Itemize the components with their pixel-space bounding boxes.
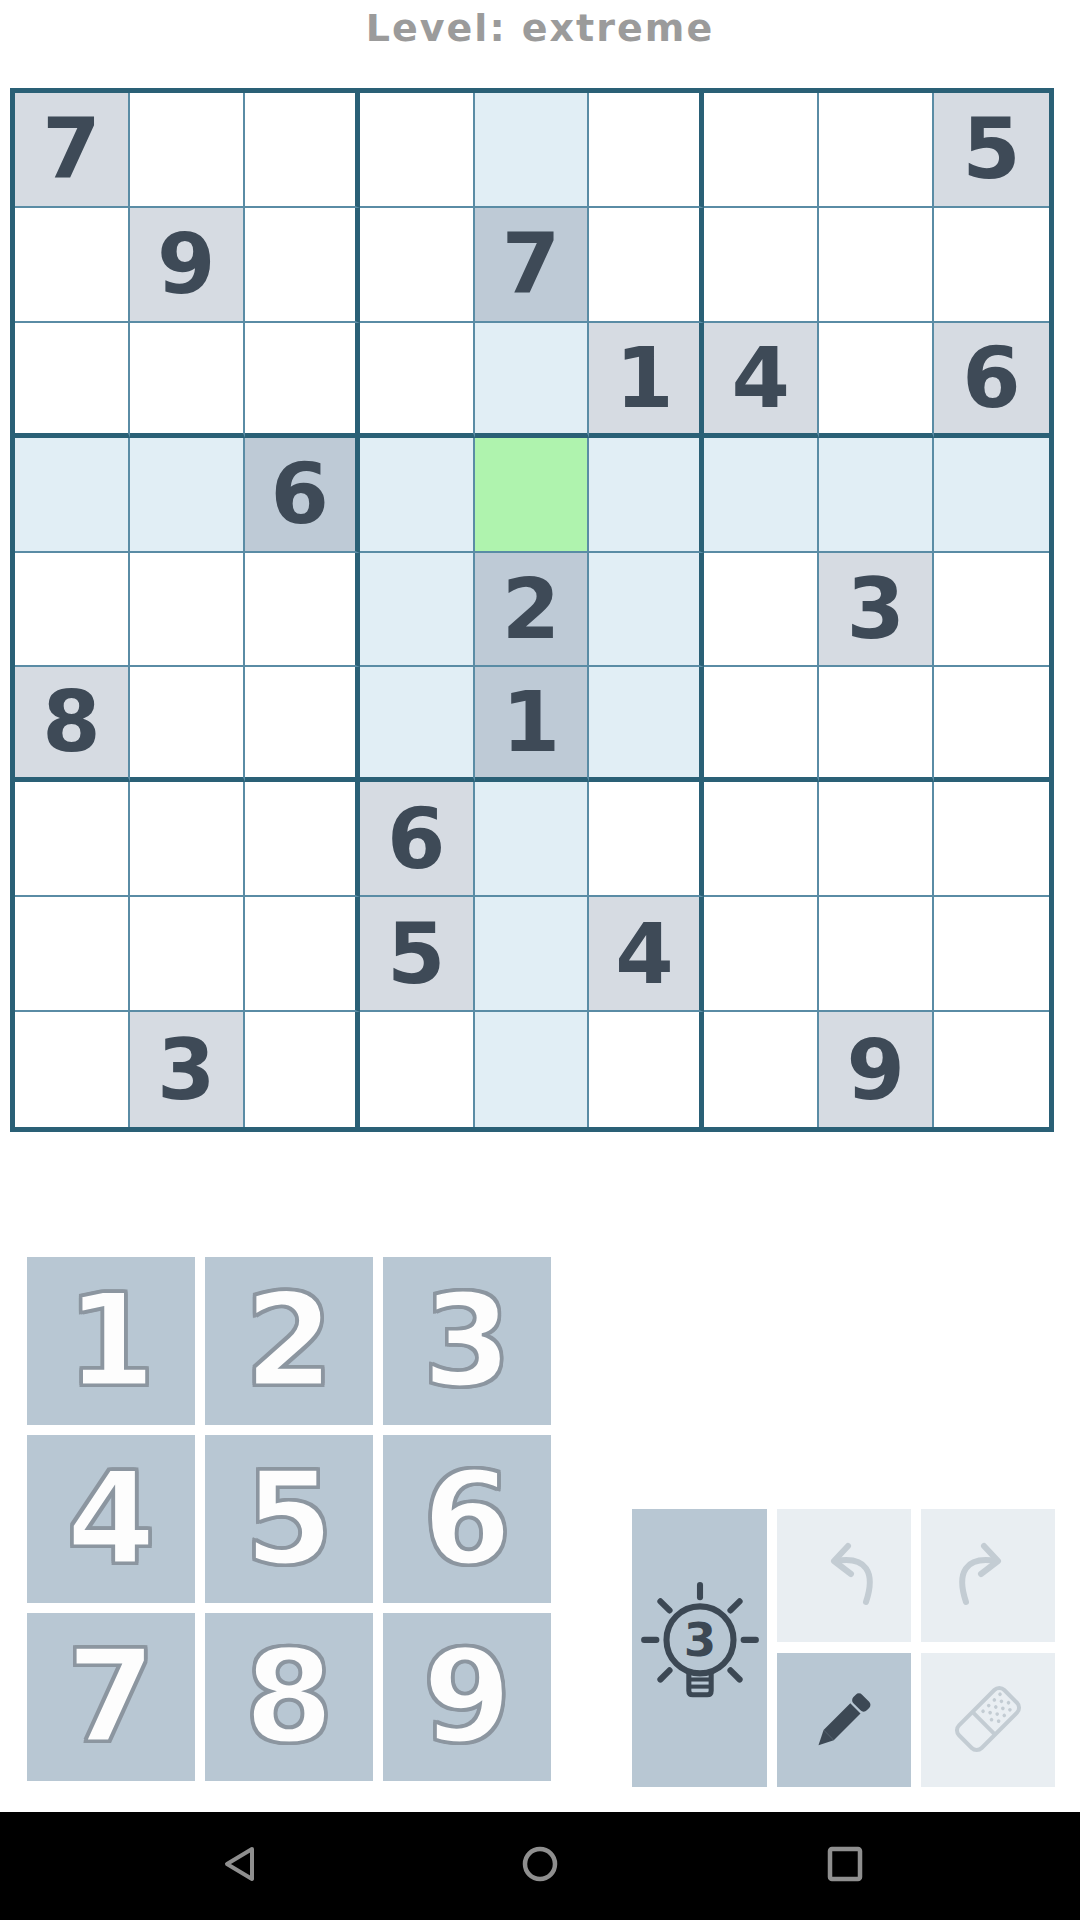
board-cell-r1c7[interactable] xyxy=(704,93,819,208)
undo-button[interactable] xyxy=(777,1509,911,1642)
board-cell-r9c9[interactable] xyxy=(934,1012,1049,1127)
lightbulb-icon: 3 xyxy=(639,1581,761,1716)
board-cell-r1c8[interactable] xyxy=(819,93,934,208)
board-cell-r4c4[interactable] xyxy=(360,438,475,553)
board-cell-r6c2[interactable] xyxy=(130,667,245,782)
board-cell-r5c2[interactable] xyxy=(130,553,245,668)
board-cell-r6c3[interactable] xyxy=(245,667,360,782)
board-cell-r6c5[interactable]: 1 xyxy=(475,667,590,782)
board-cell-r8c8[interactable] xyxy=(819,897,934,1012)
board-cell-r7c7[interactable] xyxy=(704,782,819,897)
board-cell-r1c5[interactable] xyxy=(475,93,590,208)
pencil-button[interactable] xyxy=(777,1653,911,1787)
level-label: Level: extreme xyxy=(0,6,1080,50)
board-cell-r7c2[interactable] xyxy=(130,782,245,897)
board-cell-r9c6[interactable] xyxy=(589,1012,704,1127)
board-cell-r6c7[interactable] xyxy=(704,667,819,782)
board-cell-r9c3[interactable] xyxy=(245,1012,360,1127)
board-cell-r8c5[interactable] xyxy=(475,897,590,1012)
board-cell-r1c9[interactable]: 5 xyxy=(934,93,1049,208)
numpad-6[interactable]: 6 xyxy=(383,1435,551,1603)
board-cell-r8c6[interactable]: 4 xyxy=(589,897,704,1012)
board-cell-r3c2[interactable] xyxy=(130,323,245,438)
board-cell-r9c4[interactable] xyxy=(360,1012,475,1127)
board-cell-r3c3[interactable] xyxy=(245,323,360,438)
hint-count-badge: 3 xyxy=(683,1613,716,1667)
board-cell-r5c4[interactable] xyxy=(360,553,475,668)
board-cell-r3c4[interactable] xyxy=(360,323,475,438)
board-cell-r5c7[interactable] xyxy=(704,553,819,668)
board-cell-r7c1[interactable] xyxy=(15,782,130,897)
board-cell-r6c8[interactable] xyxy=(819,667,934,782)
board-cell-r1c4[interactable] xyxy=(360,93,475,208)
board-cell-r8c4[interactable]: 5 xyxy=(360,897,475,1012)
board-cell-r2c3[interactable] xyxy=(245,208,360,323)
redo-button[interactable] xyxy=(921,1509,1055,1642)
eraser-button[interactable] xyxy=(921,1653,1055,1787)
board-cell-r4c3[interactable]: 6 xyxy=(245,438,360,553)
recents-square-icon xyxy=(827,1846,863,1882)
board-cell-r3c7[interactable]: 4 xyxy=(704,323,819,438)
board-cell-r4c8[interactable] xyxy=(819,438,934,553)
board-cell-r3c1[interactable] xyxy=(15,323,130,438)
board-cell-r6c6[interactable] xyxy=(589,667,704,782)
home-circle-icon xyxy=(521,1845,559,1883)
board-cell-r4c6[interactable] xyxy=(589,438,704,553)
board-cell-r8c9[interactable] xyxy=(934,897,1049,1012)
home-button[interactable] xyxy=(521,1845,559,1887)
android-navbar xyxy=(0,1812,1080,1920)
board-cell-r7c4[interactable]: 6 xyxy=(360,782,475,897)
eraser-icon xyxy=(942,1673,1034,1768)
numpad-3[interactable]: 3 xyxy=(383,1257,551,1425)
board-cell-r5c6[interactable] xyxy=(589,553,704,668)
board-cell-r9c5[interactable] xyxy=(475,1012,590,1127)
board-cell-r8c7[interactable] xyxy=(704,897,819,1012)
board-cell-r1c6[interactable] xyxy=(589,93,704,208)
board-cell-r5c5[interactable]: 2 xyxy=(475,553,590,668)
board-cell-r4c1[interactable] xyxy=(15,438,130,553)
board-cell-r2c9[interactable] xyxy=(934,208,1049,323)
board-cell-r8c1[interactable] xyxy=(15,897,130,1012)
board-cell-r4c7[interactable] xyxy=(704,438,819,553)
numpad-4[interactable]: 4 xyxy=(27,1435,195,1603)
board-cell-r3c6[interactable]: 1 xyxy=(589,323,704,438)
board-cell-r1c3[interactable] xyxy=(245,93,360,208)
board-cell-r5c8[interactable]: 3 xyxy=(819,553,934,668)
back-triangle-icon xyxy=(222,1845,256,1883)
board-cell-r6c9[interactable] xyxy=(934,667,1049,782)
board-cell-r8c3[interactable] xyxy=(245,897,360,1012)
board-cell-r4c5[interactable] xyxy=(475,438,590,553)
board-cell-r4c2[interactable] xyxy=(130,438,245,553)
redo-arrow-icon xyxy=(948,1534,1028,1617)
board-cell-r9c2[interactable]: 3 xyxy=(130,1012,245,1127)
recents-button[interactable] xyxy=(827,1846,863,1886)
board-cell-r3c8[interactable] xyxy=(819,323,934,438)
numpad-8[interactable]: 8 xyxy=(205,1613,373,1781)
board-cell-r2c4[interactable] xyxy=(360,208,475,323)
board-cell-r8c2[interactable] xyxy=(130,897,245,1012)
board-cell-r2c5[interactable]: 7 xyxy=(475,208,590,323)
numpad-5[interactable]: 5 xyxy=(205,1435,373,1603)
board-cell-r3c9[interactable]: 6 xyxy=(934,323,1049,438)
numpad-7[interactable]: 7 xyxy=(27,1613,195,1781)
pencil-icon xyxy=(804,1679,884,1762)
board-cell-r9c8[interactable]: 9 xyxy=(819,1012,934,1127)
board-cell-r7c3[interactable] xyxy=(245,782,360,897)
board-cell-r1c1[interactable]: 7 xyxy=(15,93,130,208)
board-cell-r5c3[interactable] xyxy=(245,553,360,668)
sudoku-board: 75971466238165439 xyxy=(10,88,1054,1132)
board-cell-r2c6[interactable] xyxy=(589,208,704,323)
board-cell-r3c5[interactable] xyxy=(475,323,590,438)
board-cell-r7c9[interactable] xyxy=(934,782,1049,897)
board-cell-r2c1[interactable] xyxy=(15,208,130,323)
board-cell-r1c2[interactable] xyxy=(130,93,245,208)
numpad-9[interactable]: 9 xyxy=(383,1613,551,1781)
board-cell-r5c9[interactable] xyxy=(934,553,1049,668)
control-panel: 3 xyxy=(632,1509,1055,1787)
board-cell-r2c2[interactable]: 9 xyxy=(130,208,245,323)
board-cell-r6c1[interactable]: 8 xyxy=(15,667,130,782)
board-cell-r7c5[interactable] xyxy=(475,782,590,897)
number-pad: 1 2 3 4 5 6 7 8 9 xyxy=(27,1257,551,1781)
undo-arrow-icon xyxy=(804,1534,884,1617)
board-cell-r2c8[interactable] xyxy=(819,208,934,323)
hint-button[interactable]: 3 xyxy=(632,1509,767,1787)
board-cell-r2c7[interactable] xyxy=(704,208,819,323)
board-cell-r6c4[interactable] xyxy=(360,667,475,782)
board-cell-r4c9[interactable] xyxy=(934,438,1049,553)
board-cell-r5c1[interactable] xyxy=(15,553,130,668)
numpad-2[interactable]: 2 xyxy=(205,1257,373,1425)
board-cell-r9c7[interactable] xyxy=(704,1012,819,1127)
board-cell-r7c8[interactable] xyxy=(819,782,934,897)
back-button[interactable] xyxy=(222,1845,256,1887)
board-cell-r7c6[interactable] xyxy=(589,782,704,897)
numpad-1[interactable]: 1 xyxy=(27,1257,195,1425)
board-cell-r9c1[interactable] xyxy=(15,1012,130,1127)
